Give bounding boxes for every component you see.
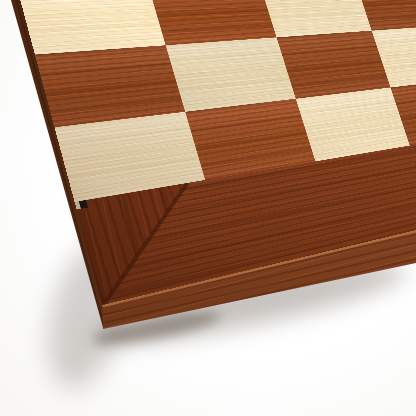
product-photo-stage (0, 0, 416, 416)
square-light (16, 0, 166, 55)
